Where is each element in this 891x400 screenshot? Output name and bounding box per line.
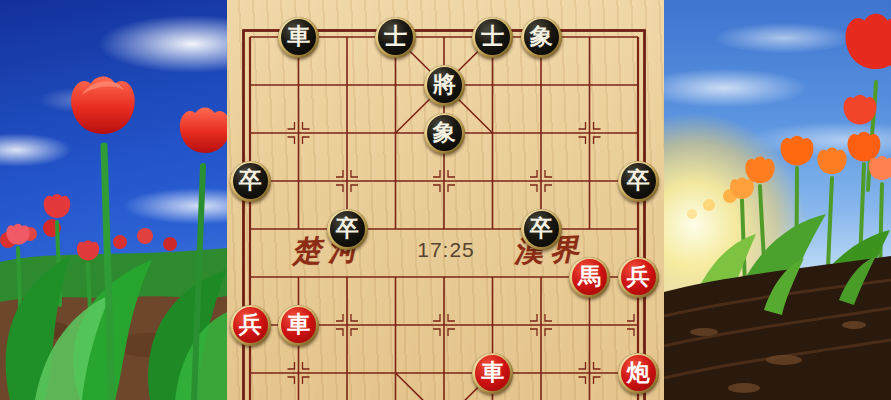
- piece-black-elephant[interactable]: 象: [521, 17, 562, 58]
- piece-black-chariot[interactable]: 車: [278, 17, 319, 58]
- piece-glyph: 象: [524, 19, 559, 55]
- left-tulip-photo: [0, 0, 227, 400]
- piece-glyph: 卒: [233, 163, 268, 199]
- piece-glyph: 卒: [524, 211, 559, 247]
- left-tulip-graphic: [0, 0, 227, 400]
- piece-glyph: 將: [427, 67, 462, 103]
- piece-black-soldier[interactable]: 卒: [230, 161, 271, 202]
- piece-glyph: 馬: [572, 259, 607, 295]
- piece-glyph: 卒: [330, 211, 365, 247]
- piece-black-soldier[interactable]: 卒: [618, 161, 659, 202]
- piece-red-soldier[interactable]: 兵: [230, 305, 271, 346]
- piece-glyph: 卒: [621, 163, 656, 199]
- piece-glyph: 兵: [621, 259, 656, 295]
- piece-glyph: 炮: [621, 355, 656, 391]
- piece-glyph: 士: [378, 19, 413, 55]
- right-tulip-photo: [664, 0, 891, 400]
- piece-red-cannon[interactable]: 炮: [618, 353, 659, 394]
- piece-black-advisor[interactable]: 士: [472, 17, 513, 58]
- piece-red-horse[interactable]: 馬: [569, 257, 610, 298]
- piece-glyph: 車: [281, 19, 316, 55]
- piece-red-chariot[interactable]: 車: [278, 305, 319, 346]
- piece-glyph: 士: [475, 19, 510, 55]
- piece-black-soldier[interactable]: 卒: [327, 209, 368, 250]
- piece-red-soldier[interactable]: 兵: [618, 257, 659, 298]
- piece-black-advisor[interactable]: 士: [375, 17, 416, 58]
- piece-black-elephant[interactable]: 象: [424, 113, 465, 154]
- xiangqi-board[interactable]: 楚河 17:25 漢界 車士士象將象卒卒卒卒馬兵兵車車炮: [227, 0, 664, 400]
- piece-glyph: 車: [281, 307, 316, 343]
- piece-black-soldier[interactable]: 卒: [521, 209, 562, 250]
- piece-red-chariot[interactable]: 車: [472, 353, 513, 394]
- app-screenshot: { "game": "xiangqi", "window": { "clock"…: [0, 0, 891, 400]
- piece-black-general[interactable]: 將: [424, 65, 465, 106]
- piece-glyph: 兵: [233, 307, 268, 343]
- piece-glyph: 象: [427, 115, 462, 151]
- board-intersections-grid[interactable]: 車士士象將象卒卒卒卒馬兵兵車車炮: [226, 13, 663, 400]
- piece-glyph: 車: [475, 355, 510, 391]
- right-tulip-graphic: [664, 0, 891, 400]
